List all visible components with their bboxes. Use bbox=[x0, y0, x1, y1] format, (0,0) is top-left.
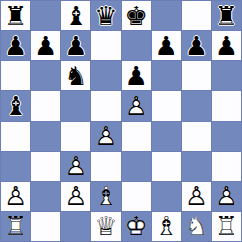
square-h7[interactable]: ♟ bbox=[212, 31, 241, 60]
white-pawn-piece[interactable]: ♟♙ bbox=[182, 182, 211, 211]
square-g1[interactable]: ♞♘ bbox=[182, 212, 211, 241]
square-f3[interactable] bbox=[152, 152, 181, 181]
white-rook-piece[interactable]: ♜♖ bbox=[1, 212, 30, 241]
black-rook-piece[interactable]: ♜ bbox=[1, 1, 30, 30]
king-outline-glyph: ♔ bbox=[122, 212, 151, 241]
square-b2[interactable] bbox=[31, 182, 60, 211]
white-pawn-piece[interactable]: ♟♙ bbox=[1, 182, 30, 211]
white-knight-piece[interactable]: ♞♘ bbox=[182, 212, 211, 241]
white-pawn-piece[interactable]: ♟♙ bbox=[212, 182, 241, 211]
square-g2[interactable]: ♟♙ bbox=[182, 182, 211, 211]
square-d3[interactable] bbox=[91, 152, 120, 181]
square-e4[interactable] bbox=[122, 122, 151, 151]
pawn-glyph: ♟ bbox=[212, 31, 241, 60]
square-g3[interactable] bbox=[182, 152, 211, 181]
bishop-glyph: ♝ bbox=[61, 1, 90, 30]
square-f5[interactable] bbox=[152, 91, 181, 120]
square-h4[interactable] bbox=[212, 122, 241, 151]
square-g6[interactable] bbox=[182, 61, 211, 90]
square-c5[interactable] bbox=[61, 91, 90, 120]
rook-glyph: ♜ bbox=[1, 1, 30, 30]
square-a1[interactable]: ♜♖ bbox=[1, 212, 30, 241]
black-bishop-piece[interactable]: ♝ bbox=[61, 1, 90, 30]
square-d5[interactable] bbox=[91, 91, 120, 120]
pawn-outline-glyph: ♙ bbox=[122, 91, 151, 120]
black-pawn-piece[interactable]: ♟ bbox=[182, 31, 211, 60]
white-bishop-piece[interactable]: ♝♗ bbox=[91, 182, 120, 211]
black-queen-piece[interactable]: ♛ bbox=[91, 1, 120, 30]
black-king-piece[interactable]: ♚ bbox=[122, 1, 151, 30]
square-a2[interactable]: ♟♙ bbox=[1, 182, 30, 211]
square-h6[interactable] bbox=[212, 61, 241, 90]
rook-glyph: ♜ bbox=[212, 1, 241, 30]
square-h5[interactable] bbox=[212, 91, 241, 120]
knight-outline-glyph: ♘ bbox=[182, 212, 211, 241]
square-d6[interactable] bbox=[91, 61, 120, 90]
white-pawn-piece[interactable]: ♟♙ bbox=[122, 91, 151, 120]
square-h1[interactable]: ♜♖ bbox=[212, 212, 241, 241]
square-f1[interactable]: ♝♗ bbox=[152, 212, 181, 241]
white-pawn-piece[interactable]: ♟♙ bbox=[61, 152, 90, 181]
square-e8[interactable]: ♚ bbox=[122, 1, 151, 30]
square-e7[interactable] bbox=[122, 31, 151, 60]
bishop-outline-glyph: ♗ bbox=[91, 182, 120, 211]
square-a6[interactable] bbox=[1, 61, 30, 90]
square-d7[interactable] bbox=[91, 31, 120, 60]
rook-outline-glyph: ♖ bbox=[1, 212, 30, 241]
square-c3[interactable]: ♟♙ bbox=[61, 152, 90, 181]
square-a5[interactable]: ♝ bbox=[1, 91, 30, 120]
black-pawn-piece[interactable]: ♟ bbox=[122, 61, 151, 90]
square-a4[interactable] bbox=[1, 122, 30, 151]
white-pawn-piece[interactable]: ♟♙ bbox=[61, 182, 90, 211]
square-b5[interactable] bbox=[31, 91, 60, 120]
square-b6[interactable] bbox=[31, 61, 60, 90]
square-a3[interactable] bbox=[1, 152, 30, 181]
bishop-glyph: ♝ bbox=[1, 91, 30, 120]
pawn-outline-glyph: ♙ bbox=[61, 152, 90, 181]
white-rook-piece[interactable]: ♜♖ bbox=[212, 212, 241, 241]
pawn-glyph: ♟ bbox=[122, 61, 151, 90]
pawn-glyph: ♟ bbox=[61, 31, 90, 60]
queen-outline-glyph: ♕ bbox=[91, 212, 120, 241]
pawn-outline-glyph: ♙ bbox=[182, 182, 211, 211]
black-pawn-piece[interactable]: ♟ bbox=[152, 31, 181, 60]
square-g5[interactable] bbox=[182, 91, 211, 120]
pawn-glyph: ♟ bbox=[1, 31, 30, 60]
knight-glyph: ♞ bbox=[61, 61, 90, 90]
square-h8[interactable]: ♜ bbox=[212, 1, 241, 30]
square-c4[interactable] bbox=[61, 122, 90, 151]
pawn-glyph: ♟ bbox=[31, 31, 60, 60]
square-e2[interactable] bbox=[122, 182, 151, 211]
black-pawn-piece[interactable]: ♟ bbox=[61, 31, 90, 60]
black-knight-piece[interactable]: ♞ bbox=[61, 61, 90, 90]
square-g7[interactable]: ♟ bbox=[182, 31, 211, 60]
square-b8[interactable] bbox=[31, 1, 60, 30]
square-c7[interactable]: ♟ bbox=[61, 31, 90, 60]
square-d1[interactable]: ♛♕ bbox=[91, 212, 120, 241]
square-d2[interactable]: ♝♗ bbox=[91, 182, 120, 211]
pawn-glyph: ♟ bbox=[182, 31, 211, 60]
square-c2[interactable]: ♟♙ bbox=[61, 182, 90, 211]
pawn-outline-glyph: ♙ bbox=[61, 182, 90, 211]
bishop-outline-glyph: ♗ bbox=[152, 212, 181, 241]
black-bishop-piece[interactable]: ♝ bbox=[1, 91, 30, 120]
queen-glyph: ♛ bbox=[91, 1, 120, 30]
square-e3[interactable] bbox=[122, 152, 151, 181]
square-f2[interactable] bbox=[152, 182, 181, 211]
white-queen-piece[interactable]: ♛♕ bbox=[91, 212, 120, 241]
square-f6[interactable] bbox=[152, 61, 181, 90]
square-a7[interactable]: ♟ bbox=[1, 31, 30, 60]
square-g4[interactable] bbox=[182, 122, 211, 151]
white-bishop-piece[interactable]: ♝♗ bbox=[152, 212, 181, 241]
pawn-outline-glyph: ♙ bbox=[1, 182, 30, 211]
square-e5[interactable]: ♟♙ bbox=[122, 91, 151, 120]
square-h2[interactable]: ♟♙ bbox=[212, 182, 241, 211]
square-a8[interactable]: ♜ bbox=[1, 1, 30, 30]
square-d4[interactable]: ♟♙ bbox=[91, 122, 120, 151]
square-c8[interactable]: ♝ bbox=[61, 1, 90, 30]
chess-board-container: ♜♝♛♚♜♟♟♟♟♟♟♞♟♝♟♙♟♙♟♙♟♙♟♙♝♗♟♙♟♙♜♖♛♕♚♔♝♗♞♘… bbox=[0, 0, 242, 242]
square-f4[interactable] bbox=[152, 122, 181, 151]
pawn-outline-glyph: ♙ bbox=[212, 182, 241, 211]
black-pawn-piece[interactable]: ♟ bbox=[212, 31, 241, 60]
square-b1[interactable] bbox=[31, 212, 60, 241]
square-e1[interactable]: ♚♔ bbox=[122, 212, 151, 241]
square-c1[interactable] bbox=[61, 212, 90, 241]
square-g8[interactable] bbox=[182, 1, 211, 30]
square-c6[interactable]: ♞ bbox=[61, 61, 90, 90]
square-b4[interactable] bbox=[31, 122, 60, 151]
pawn-glyph: ♟ bbox=[152, 31, 181, 60]
black-rook-piece[interactable]: ♜ bbox=[212, 1, 241, 30]
rook-outline-glyph: ♖ bbox=[212, 212, 241, 241]
white-pawn-piece[interactable]: ♟♙ bbox=[91, 122, 120, 151]
square-b7[interactable]: ♟ bbox=[31, 31, 60, 60]
square-d8[interactable]: ♛ bbox=[91, 1, 120, 30]
king-glyph: ♚ bbox=[122, 1, 151, 30]
square-h3[interactable] bbox=[212, 152, 241, 181]
square-e6[interactable]: ♟ bbox=[122, 61, 151, 90]
chess-board: ♜♝♛♚♜♟♟♟♟♟♟♞♟♝♟♙♟♙♟♙♟♙♟♙♝♗♟♙♟♙♜♖♛♕♚♔♝♗♞♘… bbox=[0, 0, 242, 242]
black-pawn-piece[interactable]: ♟ bbox=[1, 31, 30, 60]
square-f8[interactable] bbox=[152, 1, 181, 30]
pawn-outline-glyph: ♙ bbox=[91, 122, 120, 151]
black-pawn-piece[interactable]: ♟ bbox=[31, 31, 60, 60]
square-b3[interactable] bbox=[31, 152, 60, 181]
white-king-piece[interactable]: ♚♔ bbox=[122, 212, 151, 241]
square-f7[interactable]: ♟ bbox=[152, 31, 181, 60]
